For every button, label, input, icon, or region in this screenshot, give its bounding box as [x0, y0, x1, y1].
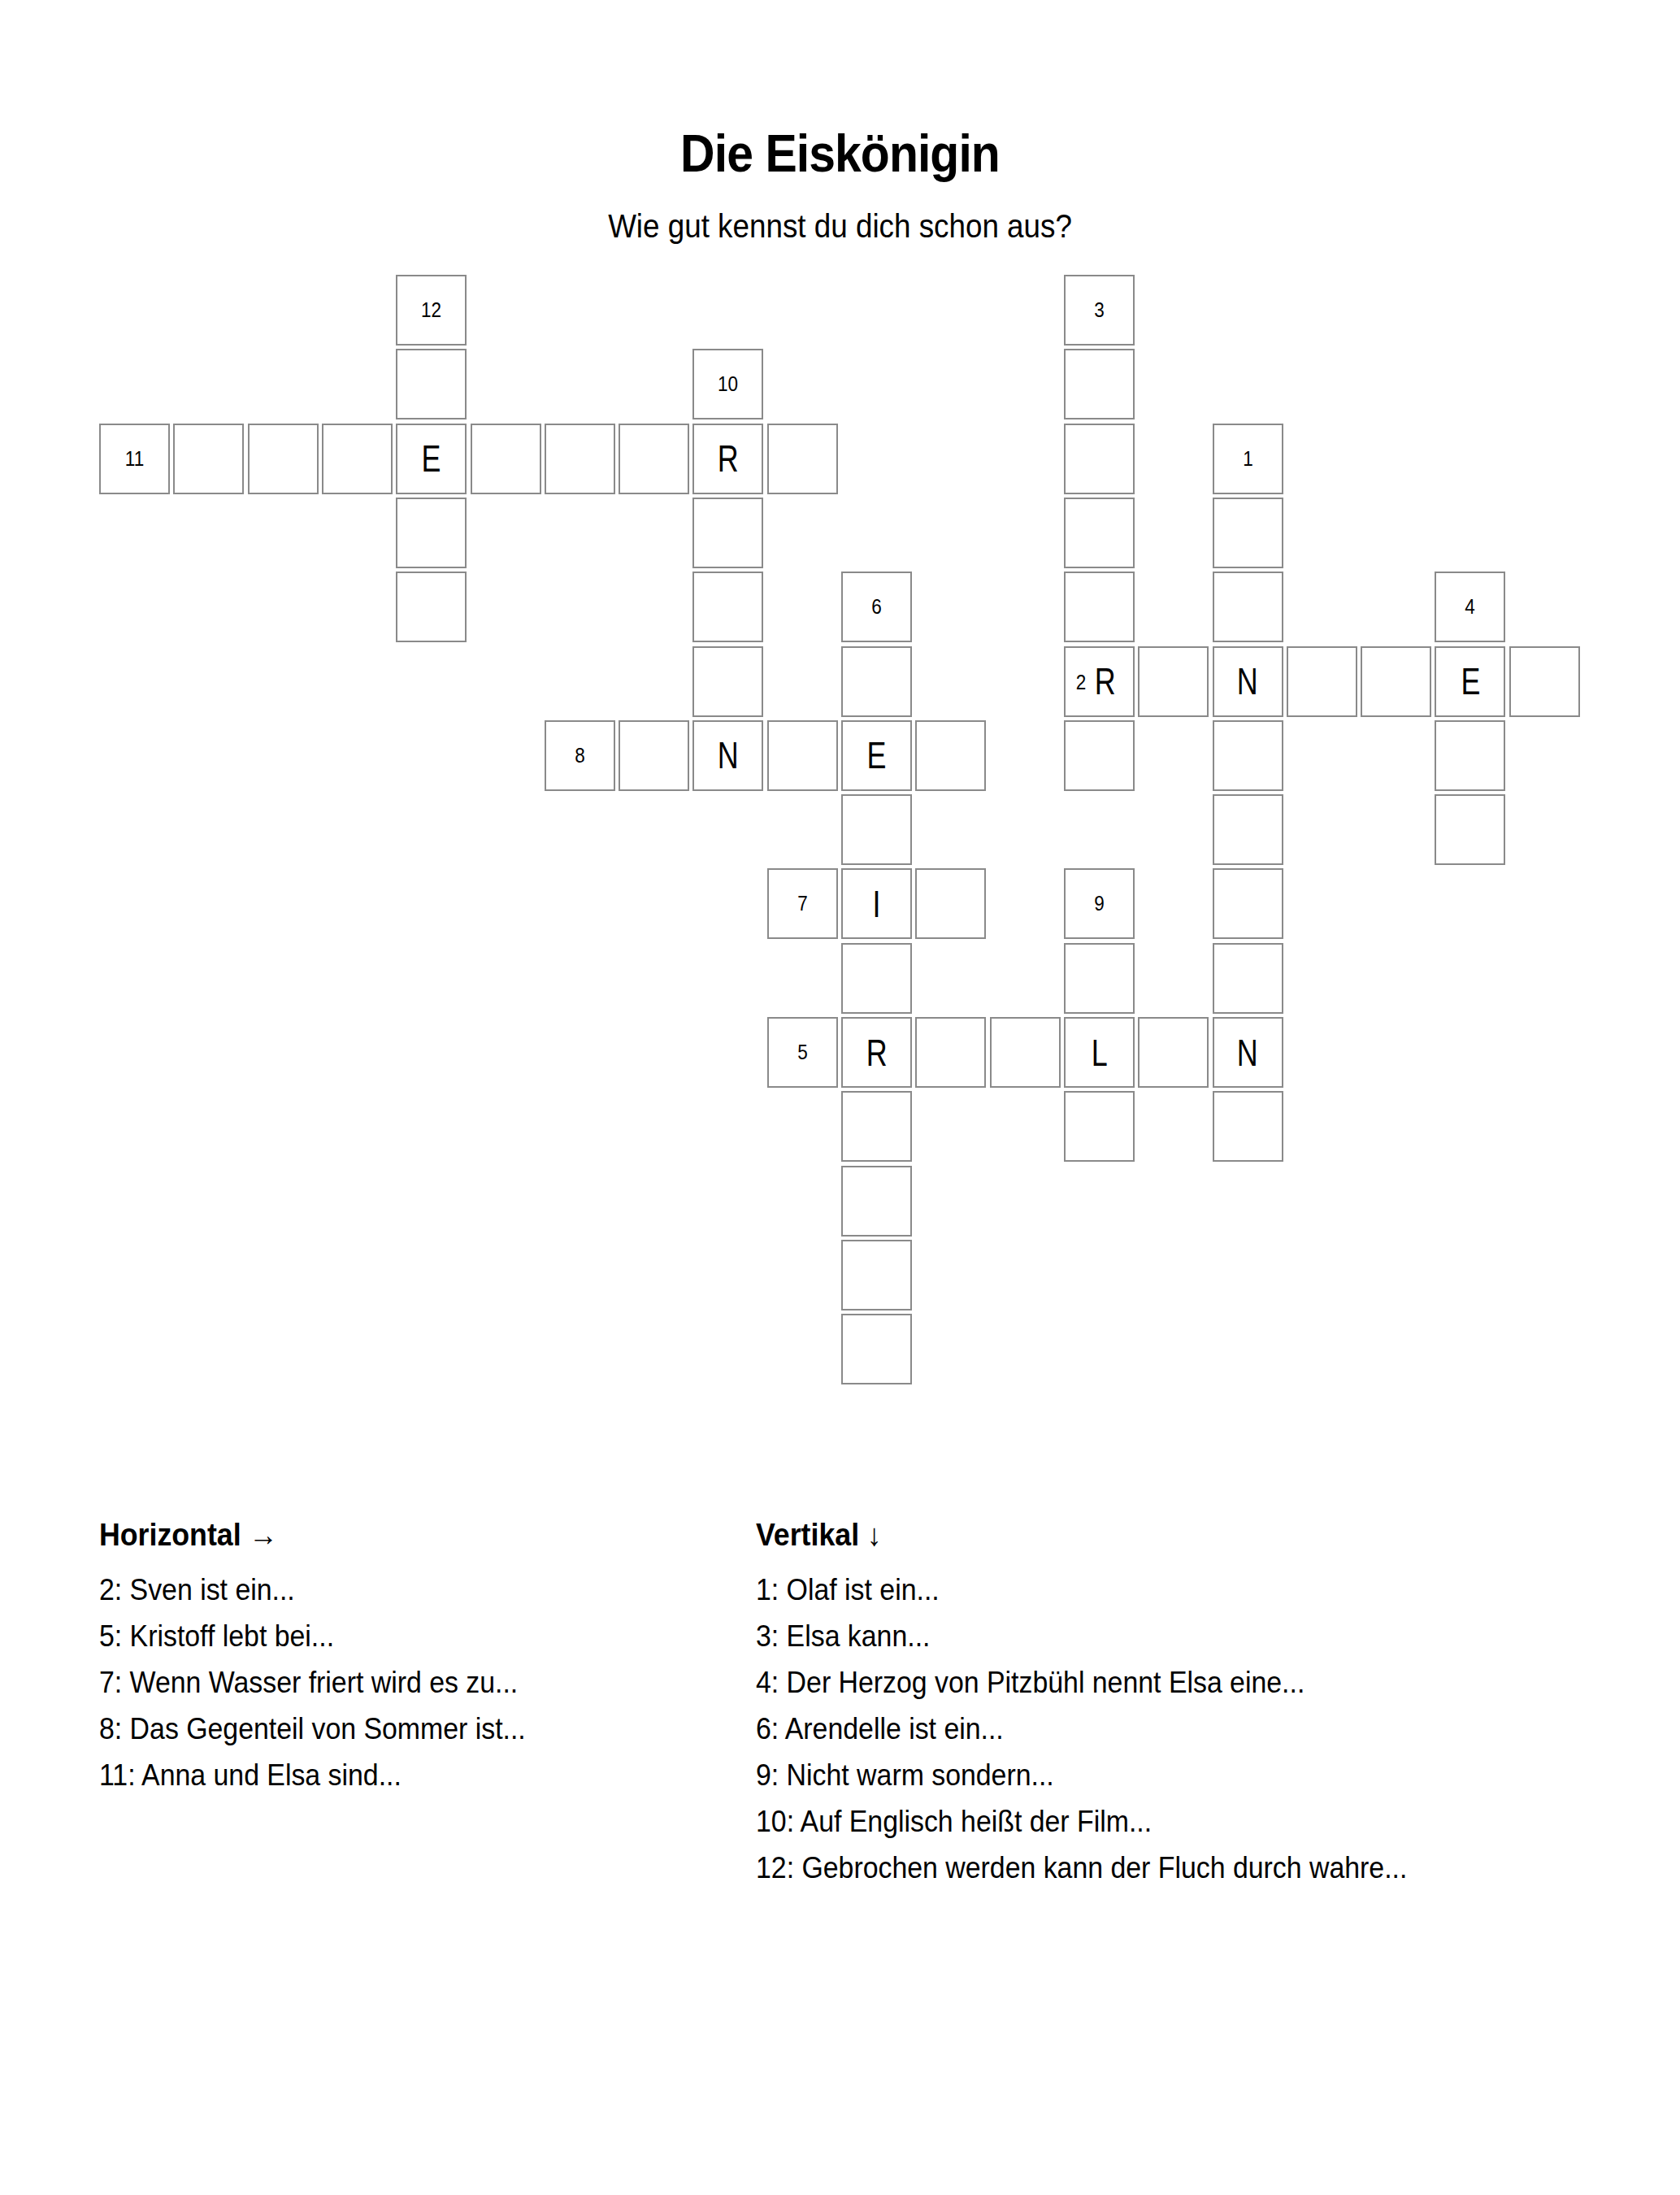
clue-number-7: 7	[772, 870, 833, 937]
clue-item-10: 10: Auf Englisch heißt der Film...	[756, 1798, 1407, 1845]
grid-cell-r10c11[interactable]	[915, 1017, 986, 1088]
clue-number-11: 11	[104, 425, 165, 493]
clue-number-6: 6	[846, 573, 907, 641]
revealed-letter: R	[1094, 663, 1115, 700]
grid-cell-r1c8[interactable]: 10	[692, 349, 763, 419]
grid-cell-r2c13[interactable]	[1064, 424, 1135, 494]
clue-item-7: 7: Wenn Wasser friert wird es zu...	[99, 1659, 526, 1706]
down-arrow-icon: ↓	[867, 1518, 882, 1552]
grid-cell-r3c13[interactable]	[1064, 498, 1135, 568]
grid-cell-r4c10[interactable]: 6	[841, 572, 912, 642]
grid-cell-r5c19[interactable]	[1509, 646, 1580, 717]
clue-number-8: 8	[549, 722, 610, 789]
grid-cell-r3c4[interactable]	[396, 498, 467, 568]
puzzle-title: Die Eiskönigin	[67, 124, 1613, 184]
grid-cell-r2c9[interactable]	[767, 424, 838, 494]
clue-item-6: 6: Arendelle ist ein...	[756, 1706, 1407, 1752]
clue-number-3: 3	[1069, 276, 1130, 344]
grid-cell-r4c4[interactable]	[396, 572, 467, 642]
clue-number-9: 9	[1069, 870, 1130, 937]
grid-cell-r2c15[interactable]: 1	[1213, 424, 1283, 494]
crossword-worksheet: { "game": "crossword (Die Eiskönigin / F…	[0, 0, 1680, 2195]
grid-cell-r3c15[interactable]	[1213, 498, 1283, 568]
grid-cell-r1c4[interactable]	[396, 349, 467, 419]
grid-cell-r2c2[interactable]	[248, 424, 319, 494]
grid-cell-r11c13[interactable]	[1064, 1091, 1135, 1162]
revealed-letter: N	[718, 737, 739, 774]
across-clues-header: Horizontal→	[99, 1514, 526, 1556]
grid-cell-r8c15[interactable]	[1213, 868, 1283, 939]
grid-cell-r6c15[interactable]	[1213, 720, 1283, 791]
grid-cell-r2c1[interactable]	[173, 424, 244, 494]
grid-cell-r6c13[interactable]	[1064, 720, 1135, 791]
clue-item-2: 2: Sven ist ein...	[99, 1567, 526, 1613]
puzzle-subtitle: Wie gut kennst du dich schon aus?	[67, 208, 1613, 245]
down-header-label: Vertikal	[756, 1518, 859, 1552]
grid-cell-r5c14[interactable]	[1138, 646, 1209, 717]
grid-cell-r4c13[interactable]	[1064, 572, 1135, 642]
clue-number-12: 12	[401, 276, 462, 344]
grid-cell-r2c6[interactable]	[545, 424, 615, 494]
across-clues-list: 2: Sven ist ein...5: Kristoff lebt bei..…	[99, 1567, 553, 1798]
grid-cell-r1c13[interactable]	[1064, 349, 1135, 419]
grid-cell-r11c10[interactable]	[841, 1091, 912, 1162]
grid-cell-r2c5[interactable]	[471, 424, 541, 494]
revealed-letter: N	[1237, 1034, 1258, 1071]
grid-cell-r9c15[interactable]	[1213, 943, 1283, 1014]
revealed-letter: I	[873, 885, 881, 923]
grid-cell-r10c12[interactable]	[990, 1017, 1061, 1088]
down-clues-header: Vertikal↓	[756, 1514, 1407, 1556]
grid-cell-r10c10[interactable]: R	[841, 1017, 912, 1088]
down-clues-list: 1: Olaf ist ein...3: Elsa kann...4: Der …	[756, 1567, 1449, 1891]
grid-cell-r6c7[interactable]	[619, 720, 689, 791]
revealed-letter: E	[422, 440, 441, 477]
grid-cell-r10c13[interactable]: L	[1064, 1017, 1135, 1088]
grid-cell-r5c15[interactable]: N	[1213, 646, 1283, 717]
grid-cell-r5c17[interactable]	[1361, 646, 1431, 717]
grid-cell-r7c10[interactable]	[841, 794, 912, 865]
revealed-letter: E	[867, 737, 887, 774]
revealed-letter: E	[1461, 663, 1480, 700]
grid-cell-r8c11[interactable]	[915, 868, 986, 939]
clue-item-12: 12: Gebrochen werden kann der Fluch durc…	[756, 1845, 1407, 1891]
clue-item-9: 9: Nicht warm sondern...	[756, 1752, 1407, 1798]
clue-number-10: 10	[698, 350, 759, 418]
grid-cell-r6c6[interactable]: 8	[545, 720, 615, 791]
grid-cell-r5c10[interactable]	[841, 646, 912, 717]
grid-cell-r5c13[interactable]: 2R	[1064, 646, 1135, 717]
grid-cell-r8c9[interactable]: 7	[767, 868, 838, 939]
grid-cell-r10c15[interactable]: N	[1213, 1017, 1283, 1088]
clue-item-11: 11: Anna und Elsa sind...	[99, 1752, 526, 1798]
grid-cell-r11c15[interactable]	[1213, 1091, 1283, 1162]
grid-cell-r9c13[interactable]	[1064, 943, 1135, 1014]
grid-cell-r6c8[interactable]: N	[692, 720, 763, 791]
grid-cell-r2c4[interactable]: E	[396, 424, 467, 494]
grid-cell-r2c7[interactable]	[619, 424, 689, 494]
revealed-letter: R	[718, 440, 739, 477]
across-header-label: Horizontal	[99, 1518, 241, 1552]
revealed-letter: R	[866, 1034, 888, 1071]
grid-cell-r4c8[interactable]	[692, 572, 763, 642]
grid-cell-r12c10[interactable]	[841, 1166, 912, 1237]
grid-cell-r14c10[interactable]	[841, 1314, 912, 1384]
clue-number-2: 2	[1076, 671, 1087, 694]
grid-cell-r6c11[interactable]	[915, 720, 986, 791]
grid-cell-r5c18[interactable]: E	[1435, 646, 1505, 717]
grid-cell-r2c0[interactable]: 11	[99, 424, 170, 494]
grid-cell-r6c9[interactable]	[767, 720, 838, 791]
grid-cell-r9c10[interactable]	[841, 943, 912, 1014]
revealed-letter: L	[1091, 1034, 1107, 1071]
grid-cell-r5c16[interactable]	[1287, 646, 1357, 717]
crossword-grid: 1231011ER1642RNE8NE7I95RLN	[99, 275, 1583, 1390]
grid-cell-r4c15[interactable]	[1213, 572, 1283, 642]
grid-cell-r10c14[interactable]	[1138, 1017, 1209, 1088]
grid-cell-r7c15[interactable]	[1213, 794, 1283, 865]
grid-cell-r10c9[interactable]: 5	[767, 1017, 838, 1088]
grid-cell-r8c10[interactable]: I	[841, 868, 912, 939]
down-clues-column: Vertikal↓ 1: Olaf ist ein...3: Elsa kann…	[756, 1514, 1449, 1891]
grid-cell-r0c4[interactable]: 12	[396, 275, 467, 346]
grid-cell-r2c8[interactable]: R	[692, 424, 763, 494]
clue-item-3: 3: Elsa kann...	[756, 1613, 1407, 1659]
across-clues-column: Horizontal→ 2: Sven ist ein...5: Kristof…	[99, 1514, 553, 1798]
clue-item-8: 8: Das Gegenteil von Sommer ist...	[99, 1706, 526, 1752]
clue-item-1: 1: Olaf ist ein...	[756, 1567, 1407, 1613]
clue-item-5: 5: Kristoff lebt bei...	[99, 1613, 526, 1659]
grid-cell-r8c13[interactable]: 9	[1064, 868, 1135, 939]
clue-number-1: 1	[1218, 425, 1278, 493]
clue-number-5: 5	[772, 1019, 833, 1086]
grid-cell-r7c18[interactable]	[1435, 794, 1505, 865]
grid-cell-r4c18[interactable]: 4	[1435, 572, 1505, 642]
grid-cell-r0c13[interactable]: 3	[1064, 275, 1135, 346]
revealed-letter: N	[1237, 663, 1258, 700]
grid-cell-r5c8[interactable]	[692, 646, 763, 717]
grid-cell-r3c8[interactable]	[692, 498, 763, 568]
grid-cell-r6c10[interactable]: E	[841, 720, 912, 791]
clue-number-4: 4	[1440, 573, 1501, 641]
grid-cell-r6c18[interactable]	[1435, 720, 1505, 791]
clue-item-4: 4: Der Herzog von Pitzbühl nennt Elsa ei…	[756, 1659, 1407, 1706]
grid-cell-r13c10[interactable]	[841, 1240, 912, 1310]
grid-cell-r2c3[interactable]	[322, 424, 393, 494]
right-arrow-icon: →	[249, 1518, 278, 1552]
